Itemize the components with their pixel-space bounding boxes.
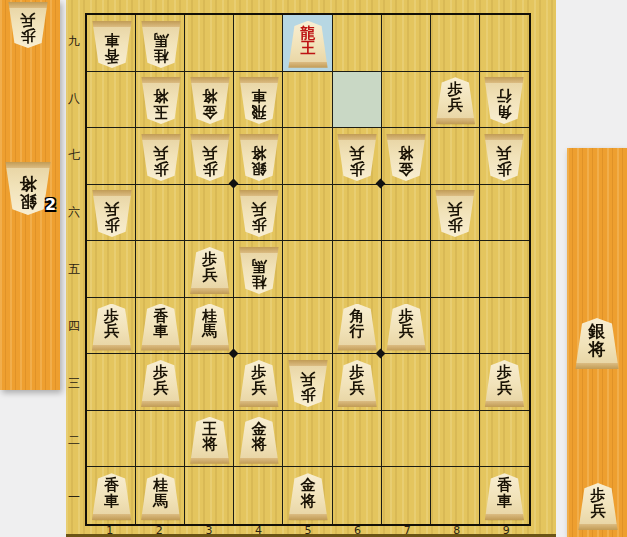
- piece-kanji: 歩兵: [448, 82, 463, 113]
- board-square[interactable]: [283, 185, 332, 242]
- piece-kanji: 角行: [350, 309, 365, 340]
- board-square[interactable]: [185, 185, 234, 242]
- piece-kanji: 金将: [301, 478, 316, 509]
- board-square[interactable]: [87, 128, 136, 185]
- piece-kanji: 香車: [104, 32, 119, 63]
- piece-kanji: 銀将: [20, 175, 37, 210]
- board-grid: 香車桂馬龍王玉将金将飛車歩兵角行歩兵歩兵銀将歩兵金将歩兵歩兵歩兵歩兵歩兵桂馬歩兵…: [85, 13, 531, 526]
- board-square[interactable]: [87, 241, 136, 298]
- rank-label: 一: [64, 469, 84, 526]
- board-square[interactable]: [333, 411, 382, 468]
- board-square[interactable]: [283, 128, 332, 185]
- piece-kanji: 香車: [104, 478, 119, 509]
- piece-kanji: 桂馬: [153, 32, 168, 63]
- rank-label: 二: [64, 412, 84, 469]
- board-square[interactable]: [480, 411, 529, 468]
- board-square[interactable]: [480, 185, 529, 242]
- piece-kanji: 歩兵: [591, 488, 606, 519]
- piece-stand-bottom-player: 銀将歩兵: [567, 148, 627, 537]
- piece-kanji: 玉将: [153, 88, 168, 119]
- piece-kanji: 歩兵: [153, 145, 168, 176]
- piece-kanji: 歩兵: [202, 252, 217, 283]
- board-square[interactable]: [333, 15, 382, 72]
- shogi-piece[interactable]: 銀将: [575, 318, 619, 369]
- rank-label: 七: [64, 127, 84, 184]
- board-square[interactable]: [431, 467, 480, 524]
- board-square[interactable]: [382, 15, 431, 72]
- board-square[interactable]: [185, 467, 234, 524]
- board-square[interactable]: [234, 467, 283, 524]
- board-square[interactable]: [480, 298, 529, 355]
- board-square[interactable]: [382, 185, 431, 242]
- hand-piece-count-badge: 2: [45, 195, 56, 214]
- shogi-piece[interactable]: 歩兵: [578, 483, 618, 530]
- piece-kanji: 龍王: [301, 26, 316, 57]
- piece-kanji: 歩兵: [104, 309, 119, 340]
- board-square[interactable]: [333, 185, 382, 242]
- piece-kanji: 桂馬: [153, 478, 168, 509]
- board-square[interactable]: [136, 241, 185, 298]
- piece-kanji: 歩兵: [497, 365, 512, 396]
- piece-kanji: 歩兵: [251, 201, 266, 232]
- piece-kanji: 王将: [202, 422, 217, 453]
- piece-kanji: 香車: [153, 309, 168, 340]
- piece-kanji: 歩兵: [153, 365, 168, 396]
- board-square[interactable]: [283, 411, 332, 468]
- board-square[interactable]: [87, 354, 136, 411]
- board-square[interactable]: [382, 354, 431, 411]
- piece-kanji: 歩兵: [21, 12, 36, 43]
- board-square[interactable]: [480, 241, 529, 298]
- rank-label: 五: [64, 241, 84, 298]
- piece-kanji: 金将: [399, 145, 414, 176]
- rank-labels: 九八七六五四三二一: [64, 13, 84, 526]
- board-square[interactable]: [283, 241, 332, 298]
- board-square[interactable]: [136, 185, 185, 242]
- rank-label: 三: [64, 355, 84, 412]
- board-square[interactable]: [431, 411, 480, 468]
- board-square[interactable]: [431, 241, 480, 298]
- rank-label: 六: [64, 184, 84, 241]
- board-square[interactable]: [283, 298, 332, 355]
- piece-kanji: 香車: [497, 478, 512, 509]
- piece-kanji: 金将: [251, 422, 266, 453]
- board-square[interactable]: [333, 72, 382, 129]
- piece-kanji: 銀将: [251, 145, 266, 176]
- piece-kanji: 飛車: [251, 88, 266, 119]
- board-square[interactable]: [431, 15, 480, 72]
- board-square[interactable]: [234, 298, 283, 355]
- board-square[interactable]: [87, 72, 136, 129]
- board-square[interactable]: [382, 411, 431, 468]
- board-square[interactable]: [431, 128, 480, 185]
- rank-label: 九: [64, 13, 84, 70]
- piece-kanji: 桂馬: [202, 309, 217, 340]
- board-square[interactable]: [382, 467, 431, 524]
- shogi-piece[interactable]: 歩兵: [8, 2, 48, 48]
- rank-label: 八: [64, 70, 84, 127]
- board-square[interactable]: [87, 411, 136, 468]
- board-square[interactable]: [185, 15, 234, 72]
- piece-kanji: 歩兵: [251, 365, 266, 396]
- piece-kanji: 桂馬: [251, 258, 266, 289]
- board-square[interactable]: [333, 467, 382, 524]
- board-square[interactable]: [234, 15, 283, 72]
- piece-kanji: 歩兵: [399, 309, 414, 340]
- board-square[interactable]: [185, 354, 234, 411]
- board-square[interactable]: [382, 72, 431, 129]
- piece-kanji: 角行: [497, 88, 512, 119]
- board-square[interactable]: [283, 72, 332, 129]
- piece-kanji: 歩兵: [202, 145, 217, 176]
- board-square[interactable]: [136, 411, 185, 468]
- rank-label: 四: [64, 298, 84, 355]
- piece-kanji: 歩兵: [301, 371, 316, 402]
- piece-kanji: 銀将: [589, 323, 606, 358]
- board-square[interactable]: [431, 354, 480, 411]
- shogi-app: 歩兵銀将2 銀将歩兵 九八七六五四三二一 123456789 香車桂馬龍王玉将金…: [0, 0, 627, 537]
- piece-kanji: 金将: [202, 88, 217, 119]
- board-square[interactable]: [480, 15, 529, 72]
- board-square[interactable]: [333, 241, 382, 298]
- piece-kanji: 歩兵: [350, 145, 365, 176]
- piece-stand-top-player: 歩兵銀将2: [0, 0, 60, 390]
- piece-kanji: 歩兵: [104, 201, 119, 232]
- board-square[interactable]: [382, 241, 431, 298]
- piece-kanji: 歩兵: [497, 145, 512, 176]
- piece-kanji: 歩兵: [350, 365, 365, 396]
- board-square[interactable]: [431, 298, 480, 355]
- piece-kanji: 歩兵: [448, 201, 463, 232]
